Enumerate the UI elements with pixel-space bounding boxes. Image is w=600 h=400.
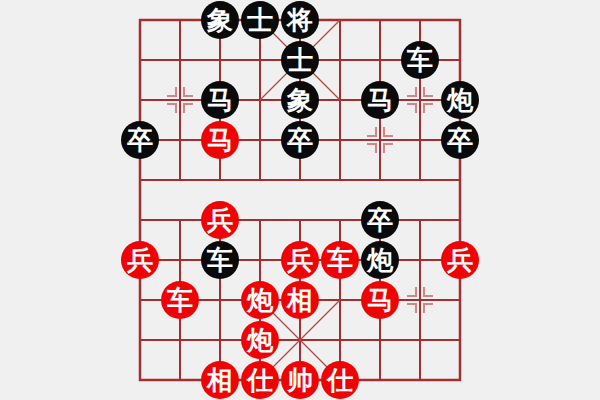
black-advisor-piece[interactable]: 士 (281, 41, 319, 79)
black-elephant-piece[interactable]: 象 (201, 1, 239, 39)
red-cannon-piece[interactable]: 炮 (241, 281, 279, 319)
black-chariot-piece[interactable]: 车 (201, 241, 239, 279)
black-horse-piece[interactable]: 马 (201, 81, 239, 119)
red-chariot-piece[interactable]: 车 (161, 281, 199, 319)
xiangqi-app: 象士将士车马象马炮卒马卒卒兵卒兵车兵车炮兵车炮相马炮相仕帅仕 (0, 0, 600, 400)
red-soldier-piece[interactable]: 兵 (121, 241, 159, 279)
piece-grid[interactable]: 象士将士车马象马炮卒马卒卒兵卒兵车兵车炮兵车炮相马炮相仕帅仕 (120, 0, 480, 400)
black-soldier-piece[interactable]: 卒 (361, 201, 399, 239)
red-horse-piece[interactable]: 马 (201, 121, 239, 159)
red-elephant-piece[interactable]: 相 (201, 361, 239, 399)
red-soldier-piece[interactable]: 兵 (201, 201, 239, 239)
black-advisor-piece[interactable]: 士 (241, 1, 279, 39)
black-soldier-piece[interactable]: 卒 (121, 121, 159, 159)
red-soldier-piece[interactable]: 兵 (441, 241, 479, 279)
red-chariot-piece[interactable]: 车 (321, 241, 359, 279)
red-horse-piece[interactable]: 马 (361, 281, 399, 319)
black-soldier-piece[interactable]: 卒 (441, 121, 479, 159)
red-advisor-piece[interactable]: 仕 (241, 361, 279, 399)
black-cannon-piece[interactable]: 炮 (361, 241, 399, 279)
red-elephant-piece[interactable]: 相 (281, 281, 319, 319)
black-soldier-piece[interactable]: 卒 (281, 121, 319, 159)
black-horse-piece[interactable]: 马 (361, 81, 399, 119)
red-general-piece[interactable]: 帅 (281, 361, 319, 399)
black-chariot-piece[interactable]: 车 (401, 41, 439, 79)
black-elephant-piece[interactable]: 象 (281, 81, 319, 119)
black-cannon-piece[interactable]: 炮 (441, 81, 479, 119)
black-general-piece[interactable]: 将 (281, 1, 319, 39)
red-cannon-piece[interactable]: 炮 (241, 321, 279, 359)
red-soldier-piece[interactable]: 兵 (281, 241, 319, 279)
red-advisor-piece[interactable]: 仕 (321, 361, 359, 399)
